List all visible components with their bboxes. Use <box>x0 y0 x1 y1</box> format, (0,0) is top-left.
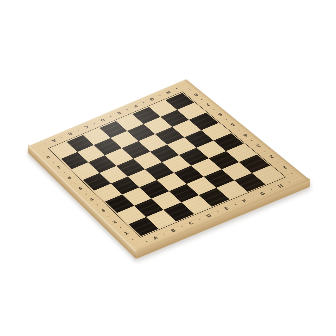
file-label-top-h: H <box>165 90 172 94</box>
coordinate-dot <box>42 151 44 152</box>
rank-label-right-1: 1 <box>281 165 288 169</box>
coordinate-dot <box>163 233 165 234</box>
coordinate-dot <box>290 173 292 174</box>
rank-label-left-3: 3 <box>100 208 106 212</box>
rank-label-left-2: 2 <box>111 220 117 224</box>
file-label-bottom-g: G <box>259 191 267 196</box>
playing-area <box>48 91 286 237</box>
coordinate-dot <box>126 109 128 110</box>
product-photo: AA88BB77CC66DD55EE44FF33GG22HH11 <box>0 0 336 336</box>
rank-label-right-4: 4 <box>242 133 249 137</box>
coordinate-dot <box>288 181 290 182</box>
coordinate-dot <box>270 189 272 190</box>
rank-label-left-4: 4 <box>89 197 95 201</box>
coordinate-dot <box>146 241 148 242</box>
coordinate-dot <box>201 99 203 100</box>
coordinate-dot <box>61 137 63 138</box>
rank-label-right-5: 5 <box>229 123 236 127</box>
rank-label-left-8: 8 <box>45 155 51 159</box>
coordinate-dot <box>238 129 240 130</box>
file-label-top-a: A <box>51 138 57 142</box>
coordinate-dot <box>52 162 54 163</box>
file-label-top-g: G <box>148 97 155 101</box>
rank-label-left-1: 1 <box>123 231 129 235</box>
coordinate-dot <box>108 216 110 217</box>
coordinate-dot <box>110 116 112 117</box>
file-label-bottom-f: F <box>241 199 248 203</box>
coordinate-dot <box>217 211 219 212</box>
coordinate-dot <box>176 88 178 89</box>
file-label-top-b: B <box>67 132 73 136</box>
coordinate-dot <box>143 102 145 103</box>
rank-label-left-6: 6 <box>66 176 72 180</box>
file-label-bottom-b: B <box>170 228 177 233</box>
coordinate-dot <box>213 109 215 110</box>
coordinate-dot <box>199 219 201 220</box>
coordinate-dot <box>131 239 133 240</box>
file-label-bottom-h: H <box>277 183 285 188</box>
coordinate-dot <box>251 140 253 141</box>
coordinate-dot <box>235 204 237 205</box>
file-label-bottom-a: A <box>152 235 159 240</box>
file-label-bottom-c: C <box>187 221 194 226</box>
file-label-top-f: F <box>132 104 138 108</box>
coordinate-dot <box>159 95 161 96</box>
rank-label-right-2: 2 <box>268 154 275 158</box>
file-label-bottom-d: D <box>205 213 212 218</box>
rank-label-left-5: 5 <box>77 186 83 190</box>
coordinate-dot <box>85 193 87 194</box>
coordinate-dot <box>63 172 65 173</box>
rank-label-right-8: 8 <box>193 93 199 97</box>
coordinate-dot <box>96 204 98 205</box>
coordinate-dot <box>94 123 96 124</box>
coordinate-dot <box>252 196 254 197</box>
rank-label-right-7: 7 <box>205 103 211 107</box>
file-label-bottom-e: E <box>223 206 230 210</box>
file-label-top-d: D <box>99 118 106 122</box>
coordinate-dot <box>181 226 183 227</box>
rank-label-right-3: 3 <box>255 144 262 148</box>
file-label-top-e: E <box>116 111 122 115</box>
coordinate-dot <box>74 183 76 184</box>
coordinate-dot <box>225 119 227 120</box>
coordinate-dot <box>264 151 266 152</box>
file-label-top-c: C <box>83 125 89 129</box>
coordinate-dot <box>77 130 79 131</box>
coordinate-dot <box>277 162 279 163</box>
coordinate-dot <box>189 89 191 90</box>
coordinate-dot <box>45 143 47 144</box>
rank-label-left-7: 7 <box>56 165 62 169</box>
rank-label-right-6: 6 <box>217 113 223 117</box>
coordinate-dot <box>120 227 122 228</box>
chess-board: AA88BB77CC66DD55EE44FF33GG22HH11 <box>28 79 310 252</box>
